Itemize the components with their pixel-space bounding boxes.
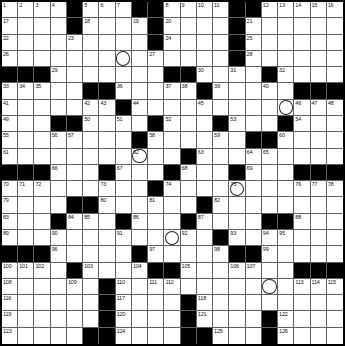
cell-r4c20[interactable] (311, 51, 327, 67)
cell-r11c8[interactable]: 67 (116, 165, 132, 181)
cell-r19c1[interactable]: 116 (2, 295, 18, 311)
cell-r20c8[interactable]: 120 (116, 311, 132, 327)
cell-r20c9[interactable] (132, 311, 148, 327)
cell-r13c16[interactable] (246, 197, 262, 213)
cell-r17c9[interactable]: 104 (132, 263, 148, 279)
cell-r7c15[interactable] (229, 100, 245, 116)
cell-r7c14[interactable] (213, 100, 229, 116)
cell-r2c19[interactable] (294, 18, 310, 34)
cell-r16c8[interactable] (116, 246, 132, 262)
cell-r21c2[interactable] (18, 328, 34, 344)
cell-r11c13[interactable] (197, 165, 213, 181)
cell-r2c18[interactable] (278, 18, 294, 34)
cell-r2c4[interactable] (51, 18, 67, 34)
cell-r5c18[interactable]: 32 (278, 67, 294, 83)
cell-r6c5[interactable] (67, 83, 83, 99)
cell-r19c5[interactable] (67, 295, 83, 311)
cell-r17c7[interactable] (99, 263, 115, 279)
cell-r17c14[interactable] (213, 263, 229, 279)
cell-r4c21[interactable] (327, 51, 343, 67)
cell-r8c11[interactable]: 52 (164, 116, 180, 132)
cell-r13c18[interactable] (278, 197, 294, 213)
cell-r15c1[interactable]: 89 (2, 230, 18, 246)
cell-r18c2[interactable] (18, 279, 34, 295)
cell-r4c5[interactable] (67, 51, 83, 67)
cell-r14c7[interactable] (99, 214, 115, 230)
cell-r19c13[interactable]: 118 (197, 295, 213, 311)
cell-r2c14[interactable] (213, 18, 229, 34)
cell-r21c14[interactable]: 125 (213, 328, 229, 344)
cell-r11c10[interactable] (148, 165, 164, 181)
cell-r20c19[interactable] (294, 311, 310, 327)
cell-r1c21[interactable]: 16 (327, 2, 343, 18)
cell-r18c11[interactable]: 112 (164, 279, 180, 295)
cell-r7c4[interactable] (51, 100, 67, 116)
cell-r17c18[interactable] (278, 263, 294, 279)
cell-r3c19[interactable] (294, 35, 310, 51)
cell-r3c8[interactable] (116, 35, 132, 51)
cell-r7c5[interactable] (67, 100, 83, 116)
cell-r9c20[interactable] (311, 132, 327, 148)
cell-r15c20[interactable] (311, 230, 327, 246)
cell-r14c10[interactable] (148, 214, 164, 230)
cell-r9c5[interactable]: 57 (67, 132, 83, 148)
cell-r15c10[interactable] (148, 230, 164, 246)
cell-r18c5[interactable]: 109 (67, 279, 83, 295)
cell-r17c13[interactable] (197, 263, 213, 279)
cell-r1c3[interactable]: 3 (34, 2, 50, 18)
cell-r8c21[interactable] (327, 116, 343, 132)
cell-r2c9[interactable]: 19 (132, 18, 148, 34)
cell-r12c4[interactable] (51, 181, 67, 197)
cell-r10c18[interactable] (278, 149, 294, 165)
cell-r13c12[interactable] (181, 197, 197, 213)
cell-r18c1[interactable]: 108 (2, 279, 18, 295)
cell-r2c8[interactable] (116, 18, 132, 34)
cell-r11c6[interactable] (83, 165, 99, 181)
cell-r15c16[interactable] (246, 230, 262, 246)
cell-r19c17[interactable] (262, 295, 278, 311)
cell-r9c14[interactable]: 59 (213, 132, 229, 148)
cell-r8c3[interactable] (34, 116, 50, 132)
cell-r13c7[interactable]: 80 (99, 197, 115, 213)
cell-r3c21[interactable] (327, 35, 343, 51)
cell-r19c10[interactable] (148, 295, 164, 311)
cell-r14c6[interactable]: 85 (83, 214, 99, 230)
cell-r20c3[interactable] (34, 311, 50, 327)
cell-r17c16[interactable]: 107 (246, 263, 262, 279)
cell-r14c20[interactable] (311, 214, 327, 230)
cell-r1c6[interactable]: 5 (83, 2, 99, 18)
cell-r18c14[interactable] (213, 279, 229, 295)
cell-r15c3[interactable] (34, 230, 50, 246)
cell-r6c3[interactable]: 35 (34, 83, 50, 99)
cell-r13c2[interactable] (18, 197, 34, 213)
cell-r4c13[interactable] (197, 51, 213, 67)
cell-r8c8[interactable]: 51 (116, 116, 132, 132)
cell-r3c17[interactable] (262, 35, 278, 51)
cell-r2c7[interactable] (99, 18, 115, 34)
cell-r4c8[interactable] (116, 51, 132, 67)
cell-r12c19[interactable]: 76 (294, 181, 310, 197)
cell-r6c15[interactable] (229, 83, 245, 99)
cell-r20c21[interactable] (327, 311, 343, 327)
cell-r2c16[interactable]: 21 (246, 18, 262, 34)
cell-r14c19[interactable]: 88 (294, 214, 310, 230)
cell-r4c19[interactable] (294, 51, 310, 67)
cell-r4c16[interactable]: 28 (246, 51, 262, 67)
cell-r3c2[interactable] (18, 35, 34, 51)
cell-r4c4[interactable] (51, 51, 67, 67)
cell-r12c18[interactable] (278, 181, 294, 197)
cell-r3c9[interactable] (132, 35, 148, 51)
cell-r16c14[interactable]: 98 (213, 246, 229, 262)
cell-r21c3[interactable] (34, 328, 50, 344)
cell-r4c3[interactable] (34, 51, 50, 67)
cell-r20c15[interactable] (229, 311, 245, 327)
cell-r21c18[interactable]: 126 (278, 328, 294, 344)
cell-r19c19[interactable] (294, 295, 310, 311)
cell-r5c13[interactable]: 30 (197, 67, 213, 83)
cell-r13c11[interactable] (164, 197, 180, 213)
cell-r12c8[interactable] (116, 181, 132, 197)
cell-r21c16[interactable] (246, 328, 262, 344)
cell-r9c19[interactable] (294, 132, 310, 148)
cell-r18c20[interactable]: 114 (311, 279, 327, 295)
cell-r15c9[interactable] (132, 230, 148, 246)
cell-r18c16[interactable] (246, 279, 262, 295)
cell-r11c12[interactable]: 68 (181, 165, 197, 181)
cell-r1c18[interactable]: 13 (278, 2, 294, 18)
cell-r21c11[interactable] (164, 328, 180, 344)
cell-r9c6[interactable] (83, 132, 99, 148)
cell-r7c20[interactable]: 47 (311, 100, 327, 116)
cell-r11c14[interactable] (213, 165, 229, 181)
cell-r14c11[interactable] (164, 214, 180, 230)
cell-r1c14[interactable]: 11 (213, 2, 229, 18)
cell-r2c2[interactable] (18, 18, 34, 34)
cell-r5c9[interactable] (132, 67, 148, 83)
cell-r15c11[interactable] (164, 230, 180, 246)
cell-r20c1[interactable]: 119 (2, 311, 18, 327)
cell-r5c20[interactable] (311, 67, 327, 83)
cell-r3c5[interactable]: 23 (67, 35, 83, 51)
cell-r7c19[interactable]: 46 (294, 100, 310, 116)
cell-r12c3[interactable]: 72 (34, 181, 50, 197)
cell-r6c1[interactable]: 33 (2, 83, 18, 99)
cell-r9c8[interactable] (116, 132, 132, 148)
cell-r16c11[interactable] (164, 246, 180, 262)
cell-r7c12[interactable] (181, 100, 197, 116)
cell-r10c16[interactable]: 64 (246, 149, 262, 165)
cell-r16c10[interactable]: 97 (148, 246, 164, 262)
cell-r16c21[interactable] (327, 246, 343, 262)
cell-r9c15[interactable] (229, 132, 245, 148)
cell-r21c15[interactable] (229, 328, 245, 344)
cell-r20c13[interactable]: 121 (197, 311, 213, 327)
cell-r10c3[interactable] (34, 149, 50, 165)
cell-r3c12[interactable] (181, 35, 197, 51)
cell-r10c6[interactable] (83, 149, 99, 165)
cell-r2c17[interactable] (262, 18, 278, 34)
cell-r8c17[interactable] (262, 116, 278, 132)
cell-r3c18[interactable] (278, 35, 294, 51)
cell-r13c9[interactable] (132, 197, 148, 213)
cell-r20c6[interactable] (83, 311, 99, 327)
cell-r1c2[interactable]: 2 (18, 2, 34, 18)
cell-r18c21[interactable]: 115 (327, 279, 343, 295)
cell-r12c2[interactable]: 71 (18, 181, 34, 197)
cell-r19c9[interactable] (132, 295, 148, 311)
cell-r14c2[interactable] (18, 214, 34, 230)
cell-r3c7[interactable] (99, 35, 115, 51)
cell-r8c6[interactable]: 50 (83, 116, 99, 132)
cell-r19c6[interactable] (83, 295, 99, 311)
cell-r7c18[interactable] (278, 100, 294, 116)
cell-r20c2[interactable] (18, 311, 34, 327)
cell-r6c8[interactable]: 36 (116, 83, 132, 99)
cell-r13c3[interactable] (34, 197, 50, 213)
cell-r17c8[interactable] (116, 263, 132, 279)
cell-r15c2[interactable] (18, 230, 34, 246)
cell-r6c10[interactable] (148, 83, 164, 99)
cell-r19c4[interactable] (51, 295, 67, 311)
cell-r3c6[interactable] (83, 35, 99, 51)
cell-r13c4[interactable] (51, 197, 67, 213)
cell-r16c19[interactable] (294, 246, 310, 262)
cell-r21c9[interactable] (132, 328, 148, 344)
cell-r18c13[interactable] (197, 279, 213, 295)
cell-r5c4[interactable]: 29 (51, 67, 67, 83)
cell-r14c14[interactable] (213, 214, 229, 230)
cell-r6c18[interactable] (278, 83, 294, 99)
cell-r18c18[interactable] (278, 279, 294, 295)
cell-r5c5[interactable] (67, 67, 83, 83)
cell-r3c1[interactable]: 22 (2, 35, 18, 51)
cell-r12c20[interactable]: 77 (311, 181, 327, 197)
cell-r18c17[interactable] (262, 279, 278, 295)
cell-r12c21[interactable]: 78 (327, 181, 343, 197)
cell-r2c3[interactable] (34, 18, 50, 34)
cell-r16c6[interactable] (83, 246, 99, 262)
cell-r17c17[interactable] (262, 263, 278, 279)
cell-r7c11[interactable] (164, 100, 180, 116)
cell-r7c13[interactable]: 45 (197, 100, 213, 116)
cell-r18c3[interactable] (34, 279, 50, 295)
cell-r14c9[interactable]: 86 (132, 214, 148, 230)
cell-r14c15[interactable] (229, 214, 245, 230)
cell-r8c7[interactable] (99, 116, 115, 132)
cell-r10c1[interactable]: 61 (2, 149, 18, 165)
cell-r20c5[interactable] (67, 311, 83, 327)
cell-r6c12[interactable]: 38 (181, 83, 197, 99)
cell-r16c13[interactable] (197, 246, 213, 262)
cell-r18c10[interactable]: 111 (148, 279, 164, 295)
cell-r9c2[interactable] (18, 132, 34, 148)
cell-r11c16[interactable]: 69 (246, 165, 262, 181)
cell-r14c1[interactable]: 83 (2, 214, 18, 230)
cell-r14c16[interactable] (246, 214, 262, 230)
cell-r1c7[interactable]: 6 (99, 2, 115, 18)
cell-r3c13[interactable] (197, 35, 213, 51)
cell-r14c3[interactable] (34, 214, 50, 230)
cell-r7c10[interactable] (148, 100, 164, 116)
cell-r9c10[interactable]: 58 (148, 132, 164, 148)
cell-r1c13[interactable]: 10 (197, 2, 213, 18)
cell-r13c17[interactable] (262, 197, 278, 213)
cell-r10c14[interactable] (213, 149, 229, 165)
cell-r16c5[interactable] (67, 246, 83, 262)
cell-r19c15[interactable] (229, 295, 245, 311)
cell-r11c17[interactable] (262, 165, 278, 181)
cell-r10c20[interactable] (311, 149, 327, 165)
cell-r17c2[interactable]: 101 (18, 263, 34, 279)
cell-r12c9[interactable] (132, 181, 148, 197)
cell-r12c17[interactable] (262, 181, 278, 197)
cell-r6c16[interactable] (246, 83, 262, 99)
cell-r12c16[interactable] (246, 181, 262, 197)
cell-r8c12[interactable] (181, 116, 197, 132)
cell-r12c12[interactable] (181, 181, 197, 197)
cell-r7c6[interactable]: 42 (83, 100, 99, 116)
cell-r5c16[interactable] (246, 67, 262, 83)
cell-r14c13[interactable]: 87 (197, 214, 213, 230)
cell-r10c19[interactable] (294, 149, 310, 165)
cell-r10c8[interactable] (116, 149, 132, 165)
cell-r16c7[interactable] (99, 246, 115, 262)
cell-r13c20[interactable] (311, 197, 327, 213)
cell-r8c9[interactable] (132, 116, 148, 132)
cell-r6c14[interactable]: 39 (213, 83, 229, 99)
cell-r17c15[interactable]: 106 (229, 263, 245, 279)
cell-r19c16[interactable] (246, 295, 262, 311)
cell-r9c12[interactable] (181, 132, 197, 148)
cell-r19c2[interactable] (18, 295, 34, 311)
cell-r12c13[interactable] (197, 181, 213, 197)
cell-r15c8[interactable]: 91 (116, 230, 132, 246)
cell-r15c6[interactable] (83, 230, 99, 246)
cell-r19c3[interactable] (34, 295, 50, 311)
cell-r17c3[interactable]: 102 (34, 263, 50, 279)
cell-r7c2[interactable] (18, 100, 34, 116)
cell-r1c17[interactable]: 12 (262, 2, 278, 18)
cell-r16c17[interactable]: 99 (262, 246, 278, 262)
cell-r10c10[interactable] (148, 149, 164, 165)
cell-r10c2[interactable] (18, 149, 34, 165)
cell-r21c20[interactable] (311, 328, 327, 344)
cell-r10c13[interactable]: 63 (197, 149, 213, 165)
cell-r16c20[interactable] (311, 246, 327, 262)
cell-r8c1[interactable]: 49 (2, 116, 18, 132)
cell-r2c21[interactable] (327, 18, 343, 34)
cell-r21c8[interactable]: 124 (116, 328, 132, 344)
cell-r21c19[interactable] (294, 328, 310, 344)
cell-r14c5[interactable]: 84 (67, 214, 83, 230)
cell-r4c1[interactable]: 26 (2, 51, 18, 67)
cell-r2c6[interactable]: 18 (83, 18, 99, 34)
cell-r12c5[interactable] (67, 181, 83, 197)
cell-r12c6[interactable] (83, 181, 99, 197)
cell-r12c1[interactable]: 70 (2, 181, 18, 197)
cell-r13c21[interactable] (327, 197, 343, 213)
cell-r18c12[interactable] (181, 279, 197, 295)
cell-r5c14[interactable] (213, 67, 229, 83)
cell-r1c20[interactable]: 15 (311, 2, 327, 18)
cell-r10c11[interactable] (164, 149, 180, 165)
cell-r2c20[interactable] (311, 18, 327, 34)
cell-r8c19[interactable]: 54 (294, 116, 310, 132)
cell-r7c3[interactable] (34, 100, 50, 116)
cell-r16c18[interactable] (278, 246, 294, 262)
cell-r6c9[interactable] (132, 83, 148, 99)
cell-r9c3[interactable] (34, 132, 50, 148)
cell-r8c15[interactable]: 53 (229, 116, 245, 132)
cell-r5c8[interactable] (116, 67, 132, 83)
cell-r4c6[interactable] (83, 51, 99, 67)
cell-r10c15[interactable] (229, 149, 245, 165)
cell-r12c15[interactable]: 75 (229, 181, 245, 197)
cell-r11c18[interactable] (278, 165, 294, 181)
cell-r12c14[interactable] (213, 181, 229, 197)
cell-r14c21[interactable] (327, 214, 343, 230)
cell-r1c4[interactable]: 4 (51, 2, 67, 18)
cell-r11c9[interactable] (132, 165, 148, 181)
cell-r18c4[interactable] (51, 279, 67, 295)
cell-r13c8[interactable] (116, 197, 132, 213)
cell-r7c7[interactable]: 43 (99, 100, 115, 116)
cell-r2c13[interactable] (197, 18, 213, 34)
cell-r20c14[interactable] (213, 311, 229, 327)
cell-r21c10[interactable] (148, 328, 164, 344)
cell-r4c18[interactable] (278, 51, 294, 67)
cell-r5c19[interactable] (294, 67, 310, 83)
cell-r6c4[interactable] (51, 83, 67, 99)
cell-r20c18[interactable]: 122 (278, 311, 294, 327)
cell-r21c1[interactable]: 123 (2, 328, 18, 344)
cell-r1c8[interactable]: 7 (116, 2, 132, 18)
cell-r9c21[interactable] (327, 132, 343, 148)
cell-r6c17[interactable]: 40 (262, 83, 278, 99)
cell-r1c11[interactable]: 8 (164, 2, 180, 18)
cell-r16c12[interactable] (181, 246, 197, 262)
cell-r7c9[interactable]: 44 (132, 100, 148, 116)
cell-r20c16[interactable] (246, 311, 262, 327)
cell-r7c21[interactable]: 48 (327, 100, 343, 116)
cell-r1c12[interactable]: 9 (181, 2, 197, 18)
cell-r10c17[interactable]: 65 (262, 149, 278, 165)
cell-r20c11[interactable] (164, 311, 180, 327)
cell-r18c15[interactable] (229, 279, 245, 295)
cell-r10c21[interactable] (327, 149, 343, 165)
cell-r1c1[interactable]: 1 (2, 2, 18, 18)
cell-r20c4[interactable] (51, 311, 67, 327)
cell-r4c9[interactable] (132, 51, 148, 67)
cell-r5c6[interactable] (83, 67, 99, 83)
cell-r9c11[interactable] (164, 132, 180, 148)
cell-r2c12[interactable] (181, 18, 197, 34)
cell-r13c14[interactable]: 82 (213, 197, 229, 213)
cell-r15c19[interactable] (294, 230, 310, 246)
cell-r2c11[interactable]: 20 (164, 18, 180, 34)
cell-r9c1[interactable]: 55 (2, 132, 18, 148)
cell-r19c8[interactable]: 117 (116, 295, 132, 311)
cell-r7c17[interactable] (262, 100, 278, 116)
cell-r19c20[interactable] (311, 295, 327, 311)
cell-r5c10[interactable] (148, 67, 164, 83)
cell-r9c7[interactable] (99, 132, 115, 148)
cell-r2c1[interactable]: 17 (2, 18, 18, 34)
cell-r17c6[interactable]: 103 (83, 263, 99, 279)
